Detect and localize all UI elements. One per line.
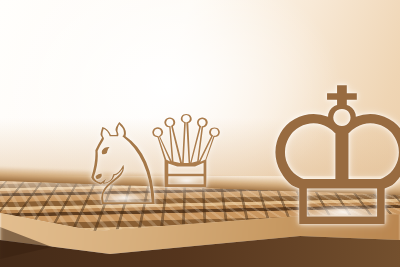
white-queen-piece: ♕ [141, 103, 231, 203]
photo-scene: ♘ ♕ ♔ [0, 0, 400, 267]
white-king-piece: ♔ [257, 64, 400, 254]
